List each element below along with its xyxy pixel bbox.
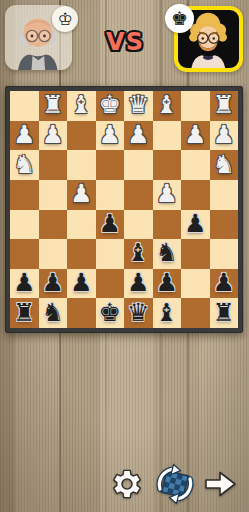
piece-white-bishop[interactable]: ♝ xyxy=(156,92,178,117)
piece-black-pawn[interactable]: ♟ xyxy=(127,270,149,295)
settings-button[interactable] xyxy=(110,467,144,501)
square[interactable] xyxy=(39,239,68,269)
square[interactable]: ♟ xyxy=(153,180,182,210)
square[interactable]: ♟ xyxy=(210,121,239,151)
piece-white-pawn[interactable]: ♟ xyxy=(42,122,64,147)
flip-board-icon xyxy=(154,463,196,505)
black-king-badge: ♚ xyxy=(165,4,194,33)
square[interactable] xyxy=(96,269,125,299)
square[interactable]: ♜ xyxy=(10,298,39,328)
white-king-icon: ♔ xyxy=(57,11,72,28)
piece-black-rook[interactable]: ♜ xyxy=(213,300,235,325)
square[interactable]: ♟ xyxy=(181,210,210,240)
square[interactable] xyxy=(124,210,153,240)
square[interactable]: ♟ xyxy=(39,269,68,299)
square[interactable] xyxy=(96,150,125,180)
square[interactable]: ♞ xyxy=(210,150,239,180)
square[interactable]: ♟ xyxy=(96,121,125,151)
piece-black-rook[interactable]: ♜ xyxy=(13,300,35,325)
piece-white-queen[interactable]: ♛ xyxy=(127,92,149,117)
piece-black-pawn[interactable]: ♟ xyxy=(42,270,64,295)
square[interactable] xyxy=(181,298,210,328)
square[interactable] xyxy=(10,239,39,269)
square[interactable] xyxy=(39,210,68,240)
square[interactable]: ♜ xyxy=(210,298,239,328)
square[interactable] xyxy=(96,180,125,210)
square[interactable] xyxy=(181,269,210,299)
square[interactable]: ♟ xyxy=(124,121,153,151)
piece-black-king[interactable]: ♚ xyxy=(99,300,121,325)
piece-black-knight[interactable]: ♞ xyxy=(156,240,178,265)
chess-board: ♜♝♚♛♝♜♟♟♟♟♟♟♞♞♟♟♟♟♝♞♟♟♟♟♟♟♜♞♚♛♝♜ xyxy=(5,86,243,333)
piece-white-pawn[interactable]: ♟ xyxy=(13,122,35,147)
piece-white-pawn[interactable]: ♟ xyxy=(127,122,149,147)
app-screen: ♔ VS ♚ ♜♝♚♛♝♜♟♟♟♟♟♟♞♞♟♟♟♟♝♞♟♟♟♟♟♟♜♞♚♛♝ xyxy=(0,0,249,512)
square[interactable]: ♝ xyxy=(67,91,96,121)
piece-black-pawn[interactable]: ♟ xyxy=(13,270,35,295)
arrow-right-icon xyxy=(202,468,238,500)
piece-black-knight[interactable]: ♞ xyxy=(42,300,64,325)
piece-black-pawn[interactable]: ♟ xyxy=(184,211,206,236)
piece-white-knight[interactable]: ♞ xyxy=(213,152,235,177)
square[interactable]: ♟ xyxy=(10,121,39,151)
piece-white-bishop[interactable]: ♝ xyxy=(70,92,92,117)
square[interactable] xyxy=(124,180,153,210)
square[interactable]: ♟ xyxy=(67,180,96,210)
square[interactable] xyxy=(181,91,210,121)
square[interactable] xyxy=(10,91,39,121)
square[interactable]: ♟ xyxy=(153,269,182,299)
square[interactable]: ♟ xyxy=(210,269,239,299)
square[interactable]: ♟ xyxy=(96,210,125,240)
piece-black-queen[interactable]: ♛ xyxy=(127,300,149,325)
flip-board-button[interactable] xyxy=(154,463,196,505)
square[interactable]: ♚ xyxy=(96,91,125,121)
square[interactable] xyxy=(153,150,182,180)
white-king-badge: ♔ xyxy=(52,6,78,32)
square[interactable] xyxy=(210,180,239,210)
square[interactable] xyxy=(39,150,68,180)
piece-white-pawn[interactable]: ♟ xyxy=(156,181,178,206)
square[interactable]: ♛ xyxy=(124,298,153,328)
square[interactable] xyxy=(181,150,210,180)
piece-black-bishop[interactable]: ♝ xyxy=(127,240,149,265)
square[interactable]: ♝ xyxy=(153,298,182,328)
black-king-icon: ♚ xyxy=(171,9,188,28)
piece-white-pawn[interactable]: ♟ xyxy=(70,181,92,206)
square[interactable]: ♝ xyxy=(153,91,182,121)
piece-white-pawn[interactable]: ♟ xyxy=(184,122,206,147)
square[interactable]: ♟ xyxy=(39,121,68,151)
piece-white-rook[interactable]: ♜ xyxy=(213,92,235,117)
piece-white-king[interactable]: ♚ xyxy=(99,92,121,117)
square[interactable] xyxy=(67,150,96,180)
square[interactable]: ♛ xyxy=(124,91,153,121)
square[interactable] xyxy=(10,180,39,210)
square[interactable] xyxy=(210,210,239,240)
square[interactable]: ♞ xyxy=(153,239,182,269)
square[interactable]: ♚ xyxy=(96,298,125,328)
square[interactable] xyxy=(153,121,182,151)
square[interactable]: ♟ xyxy=(124,269,153,299)
piece-black-bishop[interactable]: ♝ xyxy=(156,300,178,325)
square[interactable] xyxy=(67,121,96,151)
square[interactable]: ♟ xyxy=(181,121,210,151)
piece-white-pawn[interactable]: ♟ xyxy=(99,122,121,147)
square[interactable] xyxy=(96,239,125,269)
square[interactable] xyxy=(67,239,96,269)
square[interactable] xyxy=(39,180,68,210)
square[interactable] xyxy=(181,180,210,210)
next-button[interactable] xyxy=(202,468,238,500)
square[interactable] xyxy=(67,298,96,328)
piece-black-pawn[interactable]: ♟ xyxy=(70,270,92,295)
square[interactable]: ♞ xyxy=(39,298,68,328)
square[interactable] xyxy=(153,210,182,240)
piece-black-pawn[interactable]: ♟ xyxy=(213,270,235,295)
square[interactable] xyxy=(67,210,96,240)
board-grid: ♜♝♚♛♝♜♟♟♟♟♟♟♞♞♟♟♟♟♝♞♟♟♟♟♟♟♜♞♚♛♝♜ xyxy=(10,91,238,328)
square[interactable]: ♟ xyxy=(10,269,39,299)
piece-black-pawn[interactable]: ♟ xyxy=(156,270,178,295)
square[interactable] xyxy=(181,239,210,269)
vs-label: VS xyxy=(98,28,152,56)
square[interactable] xyxy=(10,210,39,240)
square[interactable]: ♝ xyxy=(124,239,153,269)
piece-white-pawn[interactable]: ♟ xyxy=(213,122,235,147)
piece-white-knight[interactable]: ♞ xyxy=(13,152,35,177)
square[interactable] xyxy=(210,239,239,269)
piece-white-rook[interactable]: ♜ xyxy=(42,92,64,117)
square[interactable]: ♜ xyxy=(210,91,239,121)
square[interactable]: ♟ xyxy=(67,269,96,299)
square[interactable]: ♞ xyxy=(10,150,39,180)
square[interactable]: ♜ xyxy=(39,91,68,121)
piece-black-pawn[interactable]: ♟ xyxy=(99,211,121,236)
square[interactable] xyxy=(124,150,153,180)
gear-icon xyxy=(110,467,144,501)
